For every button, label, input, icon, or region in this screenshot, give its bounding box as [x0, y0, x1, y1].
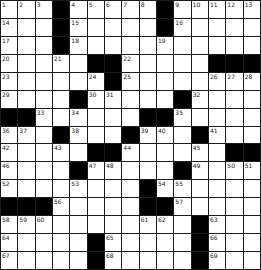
black-cell — [192, 216, 208, 233]
grid-cell[interactable]: 54 — [157, 180, 173, 197]
grid-cell[interactable]: 41 — [209, 127, 225, 144]
grid-cell[interactable] — [122, 252, 138, 269]
grid-cell[interactable] — [244, 234, 260, 251]
grid-cell[interactable] — [18, 234, 34, 251]
grid-cell[interactable] — [70, 252, 86, 269]
grid-cell[interactable] — [174, 127, 190, 144]
grid-cell[interactable]: 7 — [122, 1, 138, 18]
black-cell — [88, 234, 104, 251]
clue-number: 7 — [123, 1, 127, 9]
grid-cell[interactable]: 5 — [88, 1, 104, 18]
grid-cell[interactable] — [226, 19, 242, 36]
clue-number: 66 — [210, 234, 218, 242]
grid-cell[interactable] — [18, 73, 34, 90]
black-cell — [70, 162, 86, 179]
grid-cell[interactable] — [88, 109, 104, 126]
grid-cell[interactable] — [36, 19, 52, 36]
grid-cell[interactable] — [157, 91, 173, 108]
grid-cell[interactable]: 59 — [18, 216, 34, 233]
black-cell — [140, 198, 156, 215]
grid-cell[interactable]: 12 — [226, 1, 242, 18]
grid-cell[interactable] — [209, 198, 225, 215]
clue-number: 16 — [175, 19, 183, 27]
clue-number: 2 — [19, 1, 23, 9]
grid-cell[interactable]: 40 — [157, 127, 173, 144]
clue-number: 11 — [210, 1, 218, 9]
grid-cell[interactable] — [18, 91, 34, 108]
grid-cell[interactable] — [70, 198, 86, 215]
grid-cell[interactable] — [70, 216, 86, 233]
grid-cell[interactable]: 51 — [244, 162, 260, 179]
grid-cell[interactable] — [244, 252, 260, 269]
grid-cell[interactable] — [53, 109, 69, 126]
black-cell — [18, 198, 34, 215]
grid-cell[interactable]: 34 — [70, 109, 86, 126]
grid-cell[interactable]: 32 — [192, 91, 208, 108]
clue-number: 55 — [175, 180, 183, 188]
grid-cell[interactable] — [70, 234, 86, 251]
black-cell — [122, 127, 138, 144]
clue-number: 52 — [2, 180, 10, 188]
clue-number: 10 — [193, 1, 201, 9]
clue-number: 41 — [210, 127, 218, 135]
grid-cell[interactable] — [226, 216, 242, 233]
grid-cell[interactable]: 42 — [1, 144, 17, 161]
grid-cell[interactable]: 39 — [140, 127, 156, 144]
grid-cell[interactable] — [244, 109, 260, 126]
black-cell — [53, 1, 69, 18]
grid-cell[interactable] — [18, 162, 34, 179]
grid-cell[interactable] — [192, 73, 208, 90]
black-cell — [53, 37, 69, 54]
black-cell — [18, 109, 34, 126]
grid-cell[interactable] — [36, 37, 52, 54]
grid-cell[interactable] — [53, 234, 69, 251]
black-cell — [105, 73, 121, 90]
grid-cell[interactable] — [209, 37, 225, 54]
clue-number: 44 — [123, 144, 131, 152]
clue-number: 34 — [71, 109, 79, 117]
grid-cell[interactable]: 66 — [209, 234, 225, 251]
grid-cell[interactable] — [88, 180, 104, 197]
clue-number: 37 — [19, 127, 27, 135]
grid-cell[interactable]: 26 — [209, 73, 225, 90]
grid-cell[interactable] — [140, 252, 156, 269]
grid-cell[interactable]: 30 — [88, 91, 104, 108]
clue-number: 39 — [141, 127, 149, 135]
clue-number: 6 — [106, 1, 110, 9]
grid-cell[interactable] — [36, 91, 52, 108]
grid-cell[interactable] — [192, 109, 208, 126]
black-cell — [53, 19, 69, 36]
black-cell — [1, 109, 17, 126]
clue-number: 51 — [245, 162, 253, 170]
black-cell — [88, 55, 104, 72]
grid-cell[interactable] — [53, 180, 69, 197]
grid-cell[interactable] — [122, 198, 138, 215]
grid-cell[interactable] — [36, 180, 52, 197]
grid-cell[interactable]: 28 — [244, 73, 260, 90]
grid-cell[interactable]: 64 — [1, 234, 17, 251]
grid-cell[interactable] — [140, 91, 156, 108]
grid-cell[interactable]: 4 — [70, 1, 86, 18]
grid-cell[interactable] — [209, 109, 225, 126]
clue-number: 14 — [2, 19, 10, 27]
grid-cell[interactable] — [226, 37, 242, 54]
black-cell — [174, 162, 190, 179]
black-cell — [105, 144, 121, 161]
clue-number: 29 — [2, 91, 10, 99]
clue-number: 23 — [2, 73, 10, 81]
grid-cell[interactable] — [70, 144, 86, 161]
grid-cell[interactable] — [174, 55, 190, 72]
grid-cell[interactable] — [36, 55, 52, 72]
grid-cell[interactable] — [192, 198, 208, 215]
grid-cell[interactable]: 36 — [1, 127, 17, 144]
grid-cell[interactable] — [174, 216, 190, 233]
grid-cell[interactable]: 60 — [36, 216, 52, 233]
grid-cell[interactable] — [157, 252, 173, 269]
clue-number: 28 — [245, 73, 253, 81]
grid-cell[interactable]: 56 — [53, 198, 69, 215]
clue-number: 8 — [141, 1, 145, 9]
grid-cell[interactable]: 47 — [88, 162, 104, 179]
grid-cell[interactable] — [105, 180, 121, 197]
grid-cell[interactable] — [209, 180, 225, 197]
grid-cell[interactable] — [157, 144, 173, 161]
grid-cell[interactable] — [36, 127, 52, 144]
grid-cell[interactable]: 18 — [70, 37, 86, 54]
black-cell — [244, 144, 260, 161]
grid-cell[interactable]: 24 — [88, 73, 104, 90]
grid-cell[interactable] — [70, 55, 86, 72]
grid-cell[interactable] — [209, 19, 225, 36]
grid-cell[interactable]: 53 — [70, 180, 86, 197]
grid-cell[interactable] — [36, 252, 52, 269]
grid-cell[interactable] — [36, 234, 52, 251]
clue-number: 1 — [2, 1, 6, 9]
clue-number: 68 — [106, 252, 114, 260]
grid-cell[interactable] — [105, 19, 121, 36]
clue-number: 18 — [71, 37, 79, 45]
grid-cell[interactable]: 13 — [244, 1, 260, 18]
black-cell — [244, 55, 260, 72]
clue-number: 27 — [227, 73, 235, 81]
clue-number: 3 — [37, 1, 41, 9]
grid-cell[interactable] — [244, 198, 260, 215]
grid-cell[interactable] — [244, 216, 260, 233]
clue-number: 24 — [89, 73, 97, 81]
clue-number: 43 — [54, 144, 62, 152]
grid-cell[interactable] — [226, 252, 242, 269]
black-cell — [157, 198, 173, 215]
grid-cell[interactable] — [122, 234, 138, 251]
grid-cell[interactable] — [18, 144, 34, 161]
black-cell — [88, 144, 104, 161]
black-cell — [226, 144, 242, 161]
grid-cell[interactable]: 55 — [174, 180, 190, 197]
black-cell — [192, 252, 208, 269]
grid-cell[interactable] — [53, 216, 69, 233]
grid-cell[interactable]: 68 — [105, 252, 121, 269]
grid-cell[interactable] — [140, 162, 156, 179]
grid-cell[interactable] — [122, 91, 138, 108]
grid-cell[interactable]: 31 — [105, 91, 121, 108]
grid-cell[interactable] — [140, 55, 156, 72]
grid-cell[interactable]: 48 — [105, 162, 121, 179]
clue-number: 30 — [89, 91, 97, 99]
grid-cell[interactable] — [140, 19, 156, 36]
clue-number: 20 — [2, 55, 10, 63]
grid-cell[interactable] — [53, 162, 69, 179]
grid-cell[interactable] — [244, 127, 260, 144]
grid-cell[interactable] — [18, 55, 34, 72]
clue-number: 22 — [123, 55, 131, 63]
grid-cell[interactable] — [174, 73, 190, 90]
grid-cell[interactable]: 20 — [1, 55, 17, 72]
crossword-grid: 1234567891011121314151617181920212223242… — [0, 0, 261, 270]
clue-number: 4 — [71, 1, 75, 9]
grid-cell[interactable] — [122, 162, 138, 179]
grid-cell[interactable] — [53, 73, 69, 90]
grid-cell[interactable] — [105, 127, 121, 144]
grid-cell[interactable] — [192, 19, 208, 36]
grid-cell[interactable]: 46 — [1, 162, 17, 179]
clue-number: 31 — [106, 91, 114, 99]
clue-number: 46 — [2, 162, 10, 170]
grid-cell[interactable] — [226, 127, 242, 144]
black-cell — [140, 180, 156, 197]
grid-cell[interactable] — [88, 37, 104, 54]
grid-cell[interactable] — [18, 19, 34, 36]
black-cell — [1, 198, 17, 215]
grid-cell[interactable] — [53, 252, 69, 269]
grid-cell[interactable]: 2 — [18, 1, 34, 18]
grid-cell[interactable] — [140, 37, 156, 54]
clue-number: 32 — [193, 91, 201, 99]
grid-cell[interactable] — [209, 144, 225, 161]
clue-number: 53 — [71, 180, 79, 188]
grid-cell[interactable]: 22 — [122, 55, 138, 72]
grid-cell[interactable] — [157, 73, 173, 90]
grid-cell[interactable] — [226, 109, 242, 126]
grid-cell[interactable]: 10 — [192, 1, 208, 18]
grid-cell[interactable] — [36, 162, 52, 179]
grid-cell[interactable]: 37 — [18, 127, 34, 144]
clue-number: 57 — [175, 198, 183, 206]
grid-cell[interactable] — [88, 216, 104, 233]
black-cell — [174, 91, 190, 108]
clue-number: 54 — [158, 180, 166, 188]
grid-cell[interactable] — [244, 180, 260, 197]
grid-cell[interactable] — [105, 109, 121, 126]
clue-number: 48 — [106, 162, 114, 170]
grid-cell[interactable] — [140, 234, 156, 251]
grid-cell[interactable] — [192, 37, 208, 54]
clue-number: 47 — [89, 162, 97, 170]
grid-cell[interactable]: 43 — [53, 144, 69, 161]
clue-number: 9 — [175, 1, 179, 9]
black-cell — [105, 55, 121, 72]
grid-cell[interactable] — [157, 234, 173, 251]
black-cell — [140, 109, 156, 126]
clue-number: 63 — [210, 216, 218, 224]
grid-cell[interactable] — [122, 180, 138, 197]
grid-cell[interactable]: 9 — [174, 1, 190, 18]
grid-cell[interactable]: 1 — [1, 1, 17, 18]
grid-cell[interactable]: 50 — [226, 162, 242, 179]
grid-cell[interactable] — [88, 19, 104, 36]
grid-cell[interactable] — [244, 37, 260, 54]
black-cell — [157, 109, 173, 126]
clue-number: 12 — [227, 1, 235, 9]
grid-cell[interactable] — [174, 252, 190, 269]
grid-cell[interactable] — [53, 91, 69, 108]
grid-cell[interactable] — [192, 180, 208, 197]
clue-number: 36 — [2, 127, 10, 135]
black-cell — [192, 234, 208, 251]
clue-number: 21 — [54, 55, 62, 63]
grid-cell[interactable] — [157, 162, 173, 179]
grid-cell[interactable] — [88, 127, 104, 144]
grid-cell[interactable]: 25 — [122, 73, 138, 90]
grid-cell[interactable]: 61 — [140, 216, 156, 233]
grid-cell[interactable]: 6 — [105, 1, 121, 18]
grid-cell[interactable] — [174, 144, 190, 161]
grid-cell[interactable]: 49 — [192, 162, 208, 179]
grid-cell[interactable] — [122, 19, 138, 36]
grid-cell[interactable] — [192, 55, 208, 72]
grid-cell[interactable]: 65 — [105, 234, 121, 251]
grid-cell[interactable]: 63 — [209, 216, 225, 233]
clue-number: 56 — [54, 198, 62, 206]
grid-cell[interactable]: 27 — [226, 73, 242, 90]
grid-cell[interactable]: 19 — [157, 37, 173, 54]
clue-number: 33 — [37, 109, 45, 117]
black-cell — [209, 55, 225, 72]
clue-number: 65 — [106, 234, 114, 242]
clue-number: 61 — [141, 216, 149, 224]
clue-number: 17 — [2, 37, 10, 45]
grid-cell[interactable]: 33 — [36, 109, 52, 126]
grid-cell[interactable]: 45 — [192, 144, 208, 161]
clue-number: 25 — [123, 73, 131, 81]
grid-cell[interactable] — [209, 91, 225, 108]
black-cell — [226, 55, 242, 72]
grid-cell[interactable] — [174, 234, 190, 251]
clue-number: 60 — [37, 216, 45, 224]
grid-cell[interactable]: 3 — [36, 1, 52, 18]
grid-cell[interactable] — [122, 37, 138, 54]
grid-cell[interactable]: 67 — [1, 252, 17, 269]
grid-cell[interactable] — [226, 234, 242, 251]
grid-cell[interactable]: 69 — [209, 252, 225, 269]
grid-cell[interactable]: 62 — [157, 216, 173, 233]
grid-cell[interactable] — [105, 198, 121, 215]
clue-number: 45 — [193, 144, 201, 152]
grid-cell[interactable]: 44 — [122, 144, 138, 161]
grid-cell[interactable] — [36, 144, 52, 161]
crossword-board: 1234567891011121314151617181920212223242… — [0, 0, 261, 270]
grid-cell[interactable]: 11 — [209, 1, 225, 18]
grid-cell[interactable]: 57 — [174, 198, 190, 215]
grid-cell[interactable] — [244, 91, 260, 108]
clue-number: 42 — [2, 144, 10, 152]
clue-number: 40 — [158, 127, 166, 135]
clue-number: 35 — [175, 109, 183, 117]
grid-cell[interactable] — [105, 37, 121, 54]
grid-cell[interactable]: 35 — [174, 109, 190, 126]
grid-cell[interactable] — [226, 198, 242, 215]
black-cell — [53, 127, 69, 144]
grid-cell[interactable] — [226, 91, 242, 108]
black-cell — [157, 19, 173, 36]
grid-cell[interactable]: 17 — [1, 37, 17, 54]
clue-number: 5 — [89, 1, 93, 9]
clue-number: 49 — [193, 162, 201, 170]
clue-number: 62 — [158, 216, 166, 224]
clue-number: 64 — [2, 234, 10, 242]
grid-cell[interactable] — [140, 144, 156, 161]
grid-cell[interactable] — [18, 252, 34, 269]
clue-number: 19 — [158, 37, 166, 45]
clue-number: 50 — [227, 162, 235, 170]
grid-cell[interactable] — [209, 162, 225, 179]
grid-cell[interactable]: 58 — [1, 216, 17, 233]
grid-cell[interactable]: 29 — [1, 91, 17, 108]
grid-cell[interactable] — [36, 73, 52, 90]
black-cell — [70, 91, 86, 108]
clue-number: 59 — [19, 216, 27, 224]
clue-number: 26 — [210, 73, 218, 81]
grid-cell[interactable]: 14 — [1, 19, 17, 36]
grid-cell[interactable] — [244, 19, 260, 36]
clue-number: 15 — [71, 19, 79, 27]
grid-cell[interactable]: 38 — [70, 127, 86, 144]
black-cell — [36, 198, 52, 215]
grid-cell[interactable]: 21 — [53, 55, 69, 72]
grid-cell[interactable] — [174, 37, 190, 54]
clue-number: 38 — [71, 127, 79, 135]
grid-cell[interactable]: 8 — [140, 1, 156, 18]
grid-cell[interactable] — [70, 73, 86, 90]
grid-cell[interactable]: 52 — [1, 180, 17, 197]
grid-cell[interactable] — [105, 216, 121, 233]
clue-number: 58 — [2, 216, 10, 224]
grid-cell[interactable] — [88, 198, 104, 215]
grid-cell[interactable]: 23 — [1, 73, 17, 90]
clue-number: 69 — [210, 252, 218, 260]
grid-cell[interactable] — [140, 73, 156, 90]
grid-cell[interactable] — [18, 180, 34, 197]
clue-number: 13 — [245, 1, 253, 9]
clue-number: 67 — [2, 252, 10, 260]
grid-cell[interactable] — [226, 180, 242, 197]
black-cell — [157, 1, 173, 18]
grid-cell[interactable]: 15 — [70, 19, 86, 36]
black-cell — [88, 252, 104, 269]
grid-cell[interactable] — [122, 216, 138, 233]
grid-cell[interactable] — [18, 37, 34, 54]
black-cell — [192, 127, 208, 144]
grid-cell[interactable] — [157, 55, 173, 72]
grid-cell[interactable] — [122, 109, 138, 126]
grid-cell[interactable]: 16 — [174, 19, 190, 36]
